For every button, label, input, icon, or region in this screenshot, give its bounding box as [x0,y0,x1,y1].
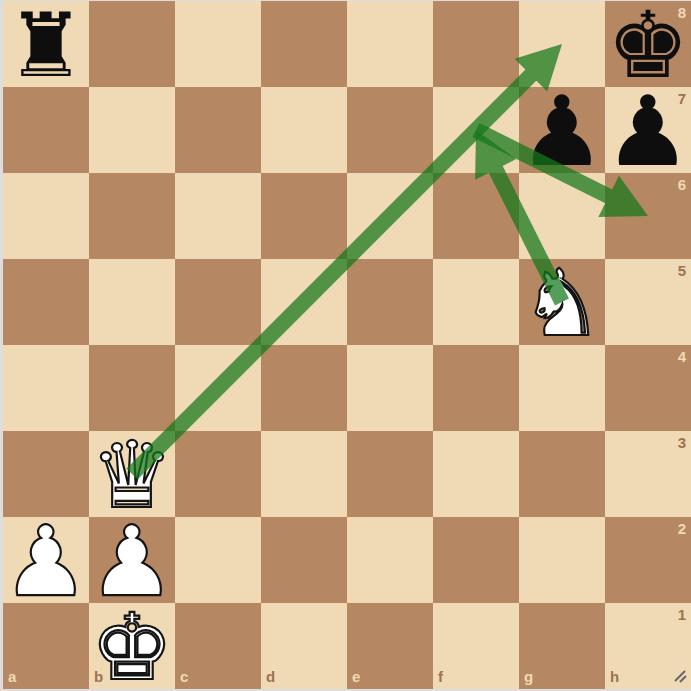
file-label-c: c [180,668,188,685]
square-f2[interactable] [433,517,519,603]
square-c3[interactable] [175,431,261,517]
square-f8[interactable] [433,1,519,87]
white-pawn-a2[interactable]: ♟ [3,517,89,603]
white-knight-g5[interactable]: ♞ [519,259,605,345]
square-c7[interactable] [175,87,261,173]
rank-label-6: 6 [605,176,686,193]
square-f1[interactable] [433,603,519,689]
square-b6[interactable] [89,173,175,259]
rank-label-8: 8 [605,4,686,21]
square-b4[interactable] [89,345,175,431]
square-a4[interactable] [3,345,89,431]
square-a7[interactable] [3,87,89,173]
page-background: 87654321abcdefgh♜♚♟♟♞♛♟♟♚ [0,0,691,691]
square-e6[interactable] [347,173,433,259]
square-d8[interactable] [261,1,347,87]
square-d7[interactable] [261,87,347,173]
square-e3[interactable] [347,431,433,517]
square-a6[interactable] [3,173,89,259]
square-f4[interactable] [433,345,519,431]
rank-label-1: 1 [605,606,686,623]
square-c8[interactable] [175,1,261,87]
file-label-d: d [266,668,275,685]
square-c6[interactable] [175,173,261,259]
square-c5[interactable] [175,259,261,345]
square-d6[interactable] [261,173,347,259]
file-label-g: g [524,668,533,685]
white-pawn-b2[interactable]: ♟ [89,517,175,603]
square-d5[interactable] [261,259,347,345]
square-d3[interactable] [261,431,347,517]
square-g4[interactable] [519,345,605,431]
square-c2[interactable] [175,517,261,603]
file-label-b: b [94,668,103,685]
board-resize-handle[interactable] [671,667,689,685]
square-f6[interactable] [433,173,519,259]
square-d4[interactable] [261,345,347,431]
square-e2[interactable] [347,517,433,603]
square-f3[interactable] [433,431,519,517]
file-label-f: f [438,668,443,685]
file-label-h: h [610,668,619,685]
square-e4[interactable] [347,345,433,431]
square-e5[interactable] [347,259,433,345]
square-b8[interactable] [89,1,175,87]
square-b7[interactable] [89,87,175,173]
black-rook-a8[interactable]: ♜ [3,1,89,87]
square-e8[interactable] [347,1,433,87]
chess-board: 87654321abcdefgh♜♚♟♟♞♛♟♟♚ [3,1,691,689]
square-a5[interactable] [3,259,89,345]
rank-label-3: 3 [605,434,686,451]
black-pawn-g7[interactable]: ♟ [519,87,605,173]
rank-label-2: 2 [605,520,686,537]
square-c4[interactable] [175,345,261,431]
file-label-e: e [352,668,360,685]
rank-label-4: 4 [605,348,686,365]
square-g2[interactable] [519,517,605,603]
square-g3[interactable] [519,431,605,517]
rank-label-5: 5 [605,262,686,279]
rank-label-7: 7 [605,90,686,107]
square-f7[interactable] [433,87,519,173]
square-e7[interactable] [347,87,433,173]
square-f5[interactable] [433,259,519,345]
file-label-a: a [8,668,16,685]
square-d2[interactable] [261,517,347,603]
square-b5[interactable] [89,259,175,345]
